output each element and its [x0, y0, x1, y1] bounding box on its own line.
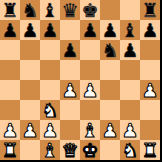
square-c5[interactable]	[40, 60, 60, 80]
square-g4[interactable]	[120, 80, 140, 100]
square-e1[interactable]: ♚	[80, 140, 100, 160]
square-d5[interactable]	[60, 60, 80, 80]
square-g3[interactable]	[120, 100, 140, 120]
square-b2[interactable]: ♟	[20, 120, 40, 140]
square-a6[interactable]	[0, 40, 20, 60]
piece-white-pawn[interactable]: ♟	[141, 80, 158, 100]
square-c3[interactable]: ♞	[40, 100, 60, 120]
piece-white-pawn[interactable]: ♟	[1, 120, 18, 140]
square-g2[interactable]: ♟	[120, 120, 140, 140]
piece-black-pawn[interactable]: ♟	[21, 20, 38, 40]
square-a3[interactable]	[0, 100, 20, 120]
piece-white-pawn[interactable]: ♟	[101, 120, 118, 140]
square-c6[interactable]	[40, 40, 60, 60]
piece-white-pawn[interactable]: ♟	[121, 120, 138, 140]
square-d6[interactable]: ♟	[60, 40, 80, 60]
square-a5[interactable]	[0, 60, 20, 80]
square-c4[interactable]	[40, 80, 60, 100]
square-e8[interactable]: ♚	[80, 0, 100, 20]
piece-black-pawn[interactable]: ♟	[61, 40, 78, 60]
square-b8[interactable]: ♞	[20, 0, 40, 20]
square-h4[interactable]: ♟	[140, 80, 160, 100]
piece-black-knight[interactable]: ♞	[101, 40, 118, 60]
piece-white-knight[interactable]: ♞	[121, 140, 138, 160]
square-b5[interactable]	[20, 60, 40, 80]
square-h6[interactable]	[140, 40, 160, 60]
piece-white-rook[interactable]: ♜	[141, 140, 158, 160]
square-f5[interactable]	[100, 60, 120, 80]
square-c7[interactable]: ♟	[40, 20, 60, 40]
square-c2[interactable]: ♟	[40, 120, 60, 140]
square-b3[interactable]	[20, 100, 40, 120]
square-h3[interactable]	[140, 100, 160, 120]
piece-white-pawn[interactable]: ♟	[41, 120, 58, 140]
chess-board: ♜♞♝♛♚♜♟♟♟♟♟♝♟♟♞♟♟♟♟♞♟♟♟♝♟♟♜♝♛♚♞♜	[0, 0, 160, 160]
piece-white-bishop[interactable]: ♝	[41, 140, 58, 160]
piece-white-pawn[interactable]: ♟	[21, 120, 38, 140]
square-d8[interactable]: ♛	[60, 0, 80, 20]
square-d2[interactable]	[60, 120, 80, 140]
square-d7[interactable]	[60, 20, 80, 40]
square-a1[interactable]: ♜	[0, 140, 20, 160]
square-g1[interactable]: ♞	[120, 140, 140, 160]
piece-white-king[interactable]: ♚	[81, 140, 98, 160]
piece-black-pawn[interactable]: ♟	[41, 20, 58, 40]
square-d4[interactable]: ♟	[60, 80, 80, 100]
square-e5[interactable]	[80, 60, 100, 80]
square-b1[interactable]	[20, 140, 40, 160]
square-a2[interactable]: ♟	[0, 120, 20, 140]
piece-black-pawn[interactable]: ♟	[101, 20, 118, 40]
square-h5[interactable]	[140, 60, 160, 80]
square-f1[interactable]	[100, 140, 120, 160]
square-e2[interactable]: ♝	[80, 120, 100, 140]
square-d3[interactable]	[60, 100, 80, 120]
piece-black-bishop[interactable]: ♝	[41, 0, 58, 20]
square-c1[interactable]: ♝	[40, 140, 60, 160]
square-h1[interactable]: ♜	[140, 140, 160, 160]
piece-white-bishop[interactable]: ♝	[81, 120, 98, 140]
square-e4[interactable]: ♟	[80, 80, 100, 100]
square-f8[interactable]	[100, 0, 120, 20]
piece-black-bishop[interactable]: ♝	[121, 20, 138, 40]
piece-black-pawn[interactable]: ♟	[81, 20, 98, 40]
square-f7[interactable]: ♟	[100, 20, 120, 40]
piece-black-knight[interactable]: ♞	[21, 0, 38, 20]
square-g5[interactable]	[120, 60, 140, 80]
square-f6[interactable]: ♞	[100, 40, 120, 60]
square-f4[interactable]	[100, 80, 120, 100]
chess-board-frame: ♜♞♝♛♚♜♟♟♟♟♟♝♟♟♞♟♟♟♟♞♟♟♟♝♟♟♜♝♛♚♞♜	[0, 0, 162, 162]
piece-black-pawn[interactable]: ♟	[121, 40, 138, 60]
piece-black-queen[interactable]: ♛	[61, 0, 78, 20]
square-b7[interactable]: ♟	[20, 20, 40, 40]
piece-black-rook[interactable]: ♜	[141, 0, 158, 20]
piece-black-pawn[interactable]: ♟	[141, 20, 158, 40]
piece-white-rook[interactable]: ♜	[1, 140, 18, 160]
square-f3[interactable]	[100, 100, 120, 120]
square-h8[interactable]: ♜	[140, 0, 160, 20]
square-e6[interactable]	[80, 40, 100, 60]
piece-white-pawn[interactable]: ♟	[61, 80, 78, 100]
piece-white-queen[interactable]: ♛	[61, 140, 78, 160]
square-e7[interactable]: ♟	[80, 20, 100, 40]
square-f2[interactable]: ♟	[100, 120, 120, 140]
square-g8[interactable]	[120, 0, 140, 20]
square-b4[interactable]	[20, 80, 40, 100]
square-e3[interactable]	[80, 100, 100, 120]
square-h2[interactable]	[140, 120, 160, 140]
square-d1[interactable]: ♛	[60, 140, 80, 160]
square-b6[interactable]	[20, 40, 40, 60]
square-g6[interactable]: ♟	[120, 40, 140, 60]
piece-black-king[interactable]: ♚	[81, 0, 98, 20]
square-a7[interactable]: ♟	[0, 20, 20, 40]
piece-white-knight[interactable]: ♞	[41, 100, 58, 120]
square-h7[interactable]: ♟	[140, 20, 160, 40]
square-a8[interactable]: ♜	[0, 0, 20, 20]
piece-black-rook[interactable]: ♜	[1, 0, 18, 20]
piece-black-pawn[interactable]: ♟	[1, 20, 18, 40]
square-a4[interactable]	[0, 80, 20, 100]
square-c8[interactable]: ♝	[40, 0, 60, 20]
square-g7[interactable]: ♝	[120, 20, 140, 40]
piece-white-pawn[interactable]: ♟	[81, 80, 98, 100]
